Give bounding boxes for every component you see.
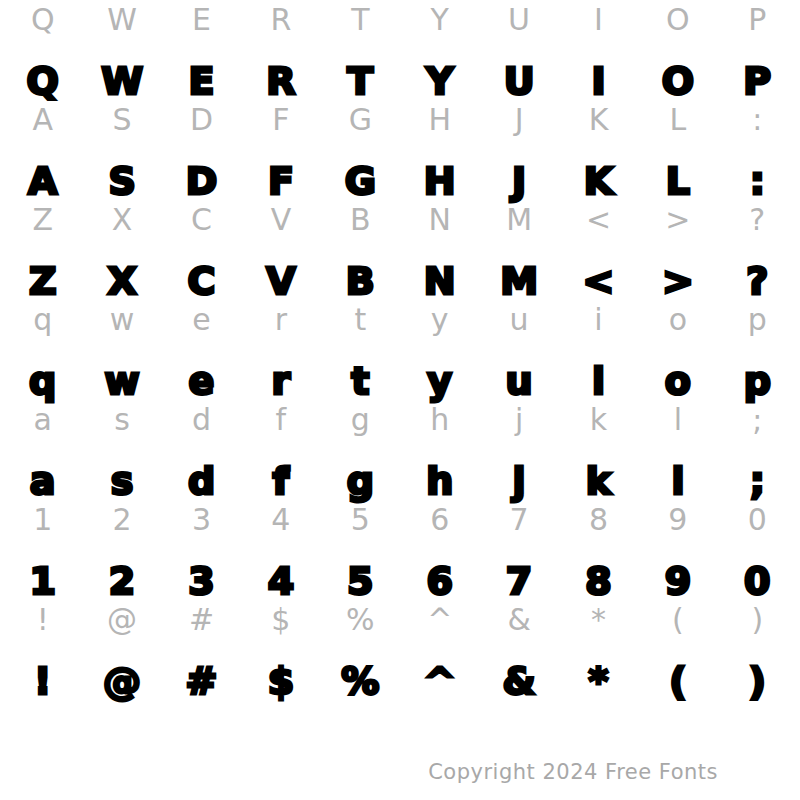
glyph-cell-preview-7-5: % — [321, 602, 400, 638]
glyph-cell-preview-3-9: > — [638, 202, 717, 238]
glyph-cell-main-1-1: Q — [3, 58, 82, 104]
glyph-cell-preview-4-8: i — [559, 302, 638, 338]
preview-row-6: 1234567890 — [3, 502, 797, 538]
glyph-cell-main-2-3: D — [162, 158, 241, 204]
glyph-cell-preview-6-3: 3 — [162, 502, 241, 538]
main-row-4: qwertyuiop — [3, 358, 797, 404]
glyph-cell-preview-4-9: o — [638, 302, 717, 338]
glyph-cell-preview-4-3: e — [162, 302, 241, 338]
glyph-cell-preview-4-7: u — [479, 302, 558, 338]
glyph-cell-main-4-9: o — [638, 358, 717, 404]
glyph-cell-preview-3-7: M — [479, 202, 558, 238]
preview-row-3: ZXCVBNM<>? — [3, 202, 797, 238]
glyph-cell-preview-2-6: H — [400, 102, 479, 138]
glyph-cell-preview-6-6: 6 — [400, 502, 479, 538]
glyph-cell-preview-3-1: Z — [3, 202, 82, 238]
preview-row-4: qwertyuiop — [3, 302, 797, 338]
main-row-7: !@#$%^&*() — [3, 658, 797, 704]
glyph-cell-main-5-7: j — [479, 458, 558, 504]
glyph-cell-preview-2-10: : — [718, 102, 797, 138]
glyph-group-7: !@#$%^&*()!@#$%^&*() — [3, 600, 797, 700]
glyph-cell-preview-1-9: O — [638, 2, 717, 38]
glyph-cell-main-3-9: > — [638, 258, 717, 304]
glyph-cell-main-6-9: 9 — [638, 558, 717, 604]
glyph-cell-main-7-8: * — [559, 658, 638, 704]
glyph-cell-preview-4-4: r — [241, 302, 320, 338]
glyph-cell-preview-5-5: g — [321, 402, 400, 438]
glyph-group-5: asdfghjkl;asdfghjkl; — [3, 400, 797, 500]
glyph-cell-preview-7-4: $ — [241, 602, 320, 638]
preview-row-7: !@#$%^&*() — [3, 602, 797, 638]
glyph-cell-main-4-7: u — [479, 358, 558, 404]
glyph-cell-preview-2-4: F — [241, 102, 320, 138]
glyph-cell-preview-7-2: @ — [82, 602, 161, 638]
glyph-cell-main-5-6: h — [400, 458, 479, 504]
glyph-cell-main-7-1: ! — [3, 658, 82, 704]
glyph-cell-main-6-1: 1 — [3, 558, 82, 604]
glyph-cell-main-5-10: ; — [718, 458, 797, 504]
glyph-cell-preview-3-4: V — [241, 202, 320, 238]
glyph-cell-preview-7-1: ! — [3, 602, 82, 638]
glyph-cell-main-3-4: V — [241, 258, 320, 304]
glyph-cell-preview-1-8: I — [559, 2, 638, 38]
glyph-cell-main-5-5: g — [321, 458, 400, 504]
glyph-cell-preview-5-1: a — [3, 402, 82, 438]
glyph-cell-preview-1-4: R — [241, 2, 320, 38]
glyph-cell-main-4-3: e — [162, 358, 241, 404]
main-row-6: 1234567890 — [3, 558, 797, 604]
font-specimen-sheet: QWERTYUIOPQWERTYUIOPASDFGHJKL:ASDFGHJKL:… — [0, 0, 800, 800]
glyph-cell-preview-5-8: k — [559, 402, 638, 438]
glyph-cell-main-6-6: 6 — [400, 558, 479, 604]
glyph-cell-main-5-2: s — [82, 458, 161, 504]
glyph-cell-preview-1-2: W — [82, 2, 161, 38]
glyph-cell-main-6-8: 8 — [559, 558, 638, 604]
glyph-cell-preview-7-8: * — [559, 602, 638, 638]
glyph-group-6: 12345678901234567890 — [3, 500, 797, 600]
glyph-cell-main-3-6: N — [400, 258, 479, 304]
glyph-cell-main-6-7: 7 — [479, 558, 558, 604]
main-row-2: ASDFGHJKL: — [3, 158, 797, 204]
glyph-cell-main-4-2: w — [82, 358, 161, 404]
glyph-cell-main-2-9: L — [638, 158, 717, 204]
glyph-cell-preview-6-7: 7 — [479, 502, 558, 538]
glyph-cell-preview-1-3: E — [162, 2, 241, 38]
glyph-group-4: qwertyuiopqwertyuiop — [3, 300, 797, 400]
glyph-cell-main-2-5: G — [321, 158, 400, 204]
glyph-cell-main-7-9: ( — [638, 658, 717, 704]
glyph-cell-preview-4-2: w — [82, 302, 161, 338]
glyph-cell-main-2-1: A — [3, 158, 82, 204]
glyph-cell-main-7-6: ^ — [400, 658, 479, 704]
glyph-cell-main-1-8: I — [559, 58, 638, 104]
glyph-cell-main-3-8: < — [559, 258, 638, 304]
glyph-cell-preview-5-9: l — [638, 402, 717, 438]
glyph-cell-main-2-7: J — [479, 158, 558, 204]
glyph-cell-preview-6-2: 2 — [82, 502, 161, 538]
glyph-cell-preview-6-10: 0 — [718, 502, 797, 538]
glyph-cell-preview-2-8: K — [559, 102, 638, 138]
glyph-cell-preview-3-10: ? — [718, 202, 797, 238]
main-row-1: QWERTYUIOP — [3, 58, 797, 104]
glyph-cell-preview-7-6: ^ — [400, 602, 479, 638]
preview-row-1: QWERTYUIOP — [3, 2, 797, 38]
glyph-cell-preview-2-1: A — [3, 102, 82, 138]
glyph-cell-main-5-9: l — [638, 458, 717, 504]
glyph-cell-main-7-2: @ — [82, 658, 161, 704]
main-row-3: ZXCVBNM<>? — [3, 258, 797, 304]
glyph-cell-main-7-5: % — [321, 658, 400, 704]
glyph-cell-preview-1-6: Y — [400, 2, 479, 38]
preview-row-2: ASDFGHJKL: — [3, 102, 797, 138]
glyph-cell-preview-2-2: S — [82, 102, 161, 138]
glyph-cell-preview-3-5: B — [321, 202, 400, 238]
glyph-cell-main-7-3: # — [162, 658, 241, 704]
glyph-cell-main-1-4: R — [241, 58, 320, 104]
glyph-cell-main-6-3: 3 — [162, 558, 241, 604]
glyph-cell-preview-4-6: y — [400, 302, 479, 338]
glyph-cell-main-5-8: k — [559, 458, 638, 504]
glyph-cell-preview-3-2: X — [82, 202, 161, 238]
glyph-cell-main-4-6: y — [400, 358, 479, 404]
glyph-cell-preview-5-7: j — [479, 402, 558, 438]
glyph-cell-preview-6-8: 8 — [559, 502, 638, 538]
glyph-cell-preview-2-7: J — [479, 102, 558, 138]
glyph-cell-main-6-4: 4 — [241, 558, 320, 604]
glyph-cell-main-5-1: a — [3, 458, 82, 504]
glyph-cell-main-1-7: U — [479, 58, 558, 104]
glyph-cell-preview-3-8: < — [559, 202, 638, 238]
glyph-cell-main-2-8: K — [559, 158, 638, 204]
glyph-cell-preview-7-9: ( — [638, 602, 717, 638]
glyph-group-1: QWERTYUIOPQWERTYUIOP — [3, 0, 797, 100]
glyph-cell-preview-5-6: h — [400, 402, 479, 438]
glyph-cell-preview-1-10: P — [718, 2, 797, 38]
glyph-cell-preview-5-10: ; — [718, 402, 797, 438]
glyph-cell-main-2-10: : — [718, 158, 797, 204]
glyph-cell-preview-2-3: D — [162, 102, 241, 138]
glyph-cell-preview-3-6: N — [400, 202, 479, 238]
glyph-cell-preview-7-7: & — [479, 602, 558, 638]
glyph-cell-preview-6-5: 5 — [321, 502, 400, 538]
glyph-cell-main-3-5: B — [321, 258, 400, 304]
glyph-cell-main-6-2: 2 — [82, 558, 161, 604]
glyph-cell-preview-2-9: L — [638, 102, 717, 138]
glyph-cell-main-1-2: W — [82, 58, 161, 104]
glyph-cell-main-4-5: t — [321, 358, 400, 404]
glyph-cell-main-4-8: i — [559, 358, 638, 404]
glyph-cell-preview-4-5: t — [321, 302, 400, 338]
glyph-cell-preview-6-9: 9 — [638, 502, 717, 538]
glyph-group-2: ASDFGHJKL:ASDFGHJKL: — [3, 100, 797, 200]
glyph-cell-preview-6-1: 1 — [3, 502, 82, 538]
glyph-cell-preview-4-1: q — [3, 302, 82, 338]
preview-row-5: asdfghjkl; — [3, 402, 797, 438]
glyph-cell-preview-6-4: 4 — [241, 502, 320, 538]
glyph-group-3: ZXCVBNM<>?ZXCVBNM<>? — [3, 200, 797, 300]
glyph-cell-main-5-3: d — [162, 458, 241, 504]
glyph-cell-main-7-10: ) — [718, 658, 797, 704]
glyph-cell-preview-3-3: C — [162, 202, 241, 238]
glyph-cell-main-2-6: H — [400, 158, 479, 204]
glyph-cell-main-3-10: ? — [718, 258, 797, 304]
glyph-cell-main-1-9: O — [638, 58, 717, 104]
glyph-cell-main-3-1: Z — [3, 258, 82, 304]
glyph-cell-main-1-6: Y — [400, 58, 479, 104]
copyright-text: Copyright 2024 Free Fonts — [428, 757, 718, 787]
glyph-cell-preview-5-3: d — [162, 402, 241, 438]
glyph-cell-preview-1-1: Q — [3, 2, 82, 38]
glyph-cell-preview-7-10: ) — [718, 602, 797, 638]
glyph-cell-main-3-7: M — [479, 258, 558, 304]
glyph-cell-main-2-4: F — [241, 158, 320, 204]
glyph-cell-main-3-3: C — [162, 258, 241, 304]
glyph-cell-preview-1-5: T — [321, 2, 400, 38]
glyph-cell-main-5-4: f — [241, 458, 320, 504]
glyph-cell-main-7-4: $ — [241, 658, 320, 704]
glyph-cell-preview-1-7: U — [479, 2, 558, 38]
glyph-cell-main-1-10: P — [718, 58, 797, 104]
glyph-cell-main-7-7: & — [479, 658, 558, 704]
glyph-cell-main-3-2: X — [82, 258, 161, 304]
glyph-grid: QWERTYUIOPQWERTYUIOPASDFGHJKL:ASDFGHJKL:… — [3, 0, 797, 700]
glyph-cell-main-4-1: q — [3, 358, 82, 404]
glyph-cell-preview-5-4: f — [241, 402, 320, 438]
glyph-cell-preview-4-10: p — [718, 302, 797, 338]
main-row-5: asdfghjkl; — [3, 458, 797, 504]
glyph-cell-main-4-4: r — [241, 358, 320, 404]
glyph-cell-preview-7-3: # — [162, 602, 241, 638]
glyph-cell-main-6-5: 5 — [321, 558, 400, 604]
glyph-cell-main-6-10: 0 — [718, 558, 797, 604]
glyph-cell-preview-5-2: s — [82, 402, 161, 438]
glyph-cell-main-1-5: T — [321, 58, 400, 104]
glyph-cell-main-2-2: S — [82, 158, 161, 204]
glyph-cell-main-4-10: p — [718, 358, 797, 404]
glyph-cell-preview-2-5: G — [321, 102, 400, 138]
glyph-cell-main-1-3: E — [162, 58, 241, 104]
